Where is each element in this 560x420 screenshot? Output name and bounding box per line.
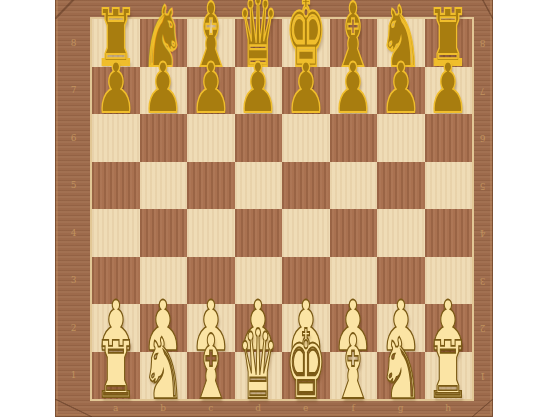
rank-label-left-4: 4 (55, 209, 92, 257)
square-b1[interactable]: ♞ (140, 352, 188, 400)
square-g4[interactable] (377, 209, 425, 257)
square-d4[interactable] (235, 209, 283, 257)
square-b4[interactable] (140, 209, 188, 257)
square-h1[interactable]: ♜ (425, 352, 473, 400)
square-c7[interactable]: ♟ (187, 67, 235, 115)
rank-label-right-5: 5 (472, 162, 493, 210)
rank-label-left-3: 3 (55, 257, 92, 305)
board-grid: ♜♞♝♛♚♝♞♜♟♟♟♟♟♟♟♟♟♟♟♟♟♟♟♟♜♞♝♛♚♝♞♜ (90, 17, 474, 401)
square-d5[interactable] (235, 162, 283, 210)
piece-white-bishop[interactable]: ♝ (333, 322, 374, 411)
piece-white-queen[interactable]: ♛ (238, 316, 279, 412)
square-a5[interactable] (92, 162, 140, 210)
piece-black-pawn[interactable]: ♟ (238, 54, 279, 123)
rank-label-right-6: 6 (472, 114, 493, 162)
frame-mitre-top-right (472, 0, 493, 19)
rank-label-right-1: 1 (472, 352, 493, 400)
square-f1[interactable]: ♝ (330, 352, 378, 400)
square-a4[interactable] (92, 209, 140, 257)
rank-labels-right: 87654321 (472, 19, 493, 399)
piece-black-pawn[interactable]: ♟ (333, 54, 374, 123)
piece-white-rook[interactable]: ♜ (427, 331, 470, 409)
square-g6[interactable] (377, 114, 425, 162)
square-d6[interactable] (235, 114, 283, 162)
frame-mitre-top-left (55, 0, 92, 19)
square-e6[interactable] (282, 114, 330, 162)
square-h5[interactable] (425, 162, 473, 210)
square-b5[interactable] (140, 162, 188, 210)
piece-white-bishop[interactable]: ♝ (190, 322, 231, 411)
square-h6[interactable] (425, 114, 473, 162)
rank-label-right-3: 3 (472, 257, 493, 305)
square-f4[interactable] (330, 209, 378, 257)
square-b6[interactable] (140, 114, 188, 162)
square-h7[interactable]: ♟ (425, 67, 473, 115)
square-b7[interactable]: ♟ (140, 67, 188, 115)
piece-white-knight[interactable]: ♞ (379, 326, 422, 410)
rank-labels-left: 87654321 (55, 19, 92, 399)
square-f5[interactable] (330, 162, 378, 210)
square-c6[interactable] (187, 114, 235, 162)
square-h4[interactable] (425, 209, 473, 257)
rank-label-left-1: 1 (55, 352, 92, 400)
square-f7[interactable]: ♟ (330, 67, 378, 115)
piece-black-pawn[interactable]: ♟ (428, 54, 469, 123)
square-d1[interactable]: ♛ (235, 352, 283, 400)
square-e5[interactable] (282, 162, 330, 210)
piece-black-pawn[interactable]: ♟ (190, 54, 231, 123)
rank-label-left-5: 5 (55, 162, 92, 210)
square-e7[interactable]: ♟ (282, 67, 330, 115)
square-g1[interactable]: ♞ (377, 352, 425, 400)
square-e4[interactable] (282, 209, 330, 257)
square-e1[interactable]: ♚ (282, 352, 330, 400)
rank-label-right-2: 2 (472, 304, 493, 352)
square-c4[interactable] (187, 209, 235, 257)
piece-black-pawn[interactable]: ♟ (95, 54, 136, 123)
square-c1[interactable]: ♝ (187, 352, 235, 400)
rank-label-left-6: 6 (55, 114, 92, 162)
frame-mitre-bottom-right (472, 399, 493, 417)
square-g5[interactable] (377, 162, 425, 210)
rank-label-right-4: 4 (472, 209, 493, 257)
square-a6[interactable] (92, 114, 140, 162)
piece-black-pawn[interactable]: ♟ (285, 54, 326, 123)
piece-black-pawn[interactable]: ♟ (380, 54, 421, 123)
piece-white-knight[interactable]: ♞ (142, 326, 185, 410)
frame-mitre-bottom-left (55, 399, 92, 417)
piece-black-pawn[interactable]: ♟ (143, 54, 184, 123)
page-root: 87654321 87654321 abcdefgh ♜♞♝♛♚♝♞♜♟♟♟♟♟… (0, 0, 560, 420)
square-a1[interactable]: ♜ (92, 352, 140, 400)
rank-label-left-2: 2 (55, 304, 92, 352)
piece-white-king[interactable]: ♚ (285, 316, 326, 412)
square-g7[interactable]: ♟ (377, 67, 425, 115)
square-a7[interactable]: ♟ (92, 67, 140, 115)
rank-label-right-8: 8 (472, 19, 493, 67)
square-d7[interactable]: ♟ (235, 67, 283, 115)
piece-white-rook[interactable]: ♜ (94, 331, 137, 409)
square-c5[interactable] (187, 162, 235, 210)
rank-label-left-8: 8 (55, 19, 92, 67)
rank-label-right-7: 7 (472, 67, 493, 115)
rank-label-left-7: 7 (55, 67, 92, 115)
square-f6[interactable] (330, 114, 378, 162)
chess-board: 87654321 87654321 abcdefgh ♜♞♝♛♚♝♞♜♟♟♟♟♟… (55, 0, 493, 417)
